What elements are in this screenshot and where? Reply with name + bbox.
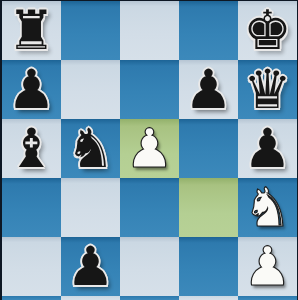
square-d6[interactable] [179,119,238,178]
white-pawn-e4[interactable]: ♟ [238,237,297,296]
square-e7[interactable]: ♛ [238,60,297,119]
square-c6[interactable]: ♟ [120,119,179,178]
square-a6[interactable]: ♝ [2,119,61,178]
square-d8[interactable] [179,1,238,60]
black-pawn-d7[interactable]: ♟ [179,60,238,119]
square-b7[interactable] [61,60,120,119]
square-d7[interactable]: ♟ [179,60,238,119]
black-bishop-a6[interactable]: ♝ [2,119,61,178]
square-a5[interactable] [2,178,61,237]
chess-app-viewport: ♜♚♟♟♛♝♞♟♟♞♟♟ [0,0,298,300]
square-c7[interactable] [120,60,179,119]
square-b5[interactable] [61,178,120,237]
square-e5[interactable]: ♞ [238,178,297,237]
square-c5[interactable] [120,178,179,237]
square-d4[interactable] [179,237,238,296]
square-e4[interactable]: ♟ [238,237,297,296]
square-c8[interactable] [120,1,179,60]
square-e3[interactable] [238,296,297,300]
square-b6[interactable]: ♞ [61,119,120,178]
square-c3[interactable] [120,296,179,300]
square-c4[interactable] [120,237,179,296]
square-e8[interactable]: ♚ [238,1,297,60]
square-a7[interactable]: ♟ [2,60,61,119]
black-pawn-b4[interactable]: ♟ [61,237,120,296]
black-knight-b6[interactable]: ♞ [61,119,120,178]
black-pawn-a7[interactable]: ♟ [2,60,61,119]
square-a3[interactable] [2,296,61,300]
square-d3[interactable] [179,296,238,300]
black-queen-e7[interactable]: ♛ [238,60,297,119]
square-b8[interactable] [61,1,120,60]
white-knight-e5[interactable]: ♞ [238,178,297,237]
square-a8[interactable]: ♜ [2,1,61,60]
square-a4[interactable] [2,237,61,296]
square-e6[interactable]: ♟ [238,119,297,178]
square-b4[interactable]: ♟ [61,237,120,296]
square-b3[interactable] [61,296,120,300]
white-pawn-c6[interactable]: ♟ [120,119,179,178]
square-d5[interactable] [179,178,238,237]
black-pawn-e6[interactable]: ♟ [238,119,297,178]
black-rook-a8[interactable]: ♜ [2,1,61,60]
black-king-e8[interactable]: ♚ [238,1,297,60]
board-grid: ♜♚♟♟♛♝♞♟♟♞♟♟ [2,1,297,300]
